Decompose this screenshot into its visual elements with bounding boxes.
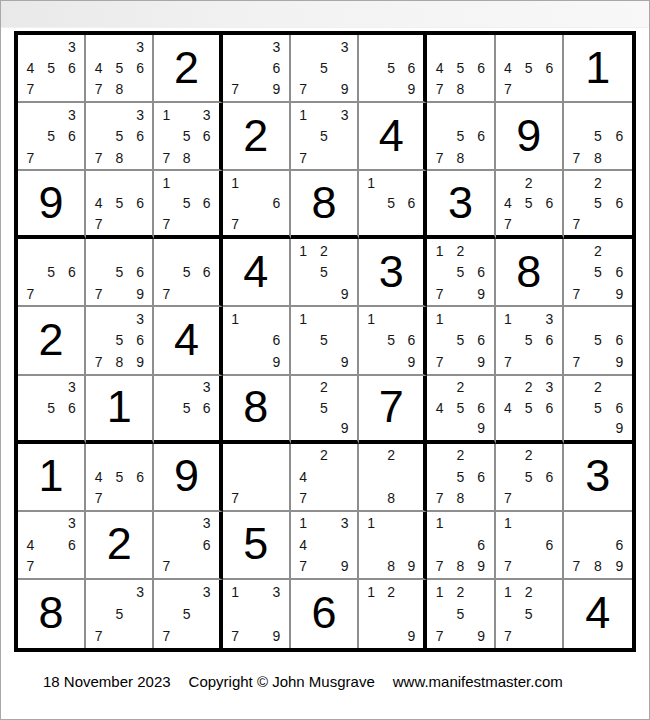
cell-r7c8[interactable]: 2567	[496, 444, 564, 512]
cell-r6c8[interactable]: 23456	[496, 376, 564, 444]
candidate-4: 4	[293, 538, 314, 552]
solved-digit: 8	[516, 249, 541, 294]
candidate-7: 7	[498, 629, 519, 643]
cell-r1c2[interactable]: 345678	[86, 35, 154, 103]
candidate-6: 6	[266, 333, 287, 347]
cell-r7c5[interactable]: 247	[291, 444, 359, 512]
cell-r2c5[interactable]: 1357	[291, 103, 359, 171]
candidate-3: 3	[539, 380, 560, 394]
candidate-7: 7	[293, 151, 314, 165]
candidate-4: 4	[88, 470, 109, 484]
candidate-3: 3	[61, 380, 82, 394]
candidate-1: 1	[498, 516, 519, 530]
cell-r2c7[interactable]: 5678	[427, 103, 495, 171]
cell-r1c7[interactable]: 45678	[427, 35, 495, 103]
cell-r4c2[interactable]: 5679	[86, 239, 154, 307]
cell-r5c5[interactable]: 159	[291, 307, 359, 375]
candidate-3: 3	[266, 585, 287, 599]
cell-r7c9[interactable]: 3	[564, 444, 632, 512]
candidate-5: 5	[518, 61, 539, 75]
cell-r5c6[interactable]: 1569	[359, 307, 427, 375]
solved-digit: 8	[243, 384, 268, 429]
candidate-9: 9	[130, 287, 151, 301]
candidate-6: 6	[61, 401, 82, 415]
solved-digit: 8	[311, 180, 336, 225]
candidate-1: 1	[429, 312, 450, 326]
candidate-6: 6	[539, 470, 560, 484]
candidate-6: 6	[61, 538, 82, 552]
candidate-6: 6	[130, 265, 151, 279]
candidate-6: 6	[197, 265, 217, 279]
candidate-2: 2	[518, 448, 539, 462]
candidate-6: 6	[401, 196, 421, 210]
cell-r7c2[interactable]: 4567	[86, 444, 154, 512]
candidate-7: 7	[429, 491, 450, 505]
cell-r3c1[interactable]: 9	[18, 171, 86, 239]
candidate-9: 9	[471, 559, 492, 573]
candidate-6: 6	[401, 61, 421, 75]
candidate-5: 5	[587, 265, 608, 279]
candidate-7: 7	[156, 629, 176, 643]
candidate-8: 8	[109, 355, 130, 369]
candidate-5: 5	[450, 401, 471, 415]
cell-r6c2[interactable]: 1	[86, 376, 154, 444]
candidate-5: 5	[450, 333, 471, 347]
candidate-6: 6	[471, 470, 492, 484]
cell-r1c8[interactable]: 4567	[496, 35, 564, 103]
cell-r1c3[interactable]: 2	[154, 35, 222, 103]
candidate-3: 3	[197, 380, 217, 394]
cell-r4c9[interactable]: 25679	[564, 239, 632, 307]
candidate-3: 3	[61, 108, 82, 122]
candidate-9: 9	[266, 355, 287, 369]
cell-r5c9[interactable]: 5679	[564, 307, 632, 375]
candidate-9: 9	[334, 287, 355, 301]
cell-r6c3[interactable]: 356	[154, 376, 222, 444]
candidate-9: 9	[609, 355, 630, 369]
candidate-2: 2	[450, 448, 471, 462]
candidate-8: 8	[450, 151, 471, 165]
candidate-4: 4	[20, 61, 41, 75]
cell-r3c6[interactable]: 156	[359, 171, 427, 239]
candidate-1: 1	[498, 585, 519, 599]
candidate-6: 6	[401, 333, 421, 347]
candidate-2: 2	[314, 380, 335, 394]
candidate-2: 2	[381, 585, 401, 599]
cell-r3c5[interactable]: 8	[291, 171, 359, 239]
candidate-4: 4	[20, 538, 41, 552]
candidate-8: 8	[109, 82, 130, 96]
cell-r8c2[interactable]: 2	[86, 512, 154, 580]
candidate-6: 6	[266, 196, 287, 210]
candidate-6: 6	[539, 333, 560, 347]
candidate-7: 7	[429, 151, 450, 165]
candidate-9: 9	[334, 82, 355, 96]
candidate-5: 5	[109, 470, 130, 484]
solved-digit: 2	[243, 113, 268, 158]
solved-digit: 1	[107, 384, 132, 429]
candidate-7: 7	[156, 217, 176, 231]
candidate-6: 6	[197, 129, 217, 143]
candidate-3: 3	[334, 516, 355, 530]
candidate-2: 2	[381, 448, 401, 462]
cell-r1c9[interactable]: 1	[564, 35, 632, 103]
cell-r7c3[interactable]: 9	[154, 444, 222, 512]
candidate-3: 3	[197, 516, 217, 530]
candidate-9: 9	[471, 287, 492, 301]
candidate-5: 5	[518, 470, 539, 484]
candidate-7: 7	[20, 151, 41, 165]
candidate-7: 7	[293, 82, 314, 96]
candidate-6: 6	[61, 61, 82, 75]
cell-r5c4[interactable]: 169	[223, 307, 291, 375]
candidate-5: 5	[450, 265, 471, 279]
candidate-6: 6	[471, 129, 492, 143]
solved-digit: 9	[174, 453, 199, 498]
cell-r4c7[interactable]: 125679	[427, 239, 495, 307]
cell-r9c7[interactable]: 12579	[427, 580, 495, 648]
cell-r7c6[interactable]: 28	[359, 444, 427, 512]
candidate-7: 7	[88, 629, 109, 643]
candidate-1: 1	[293, 244, 314, 258]
candidate-9: 9	[609, 559, 630, 573]
candidate-5: 5	[381, 61, 401, 75]
solved-digit: 9	[39, 180, 64, 225]
candidate-1: 1	[429, 516, 450, 530]
candidate-7: 7	[88, 355, 109, 369]
candidate-5: 5	[381, 196, 401, 210]
footer-website: www.manifestmaster.com	[393, 673, 563, 690]
candidate-5: 5	[587, 401, 608, 415]
candidate-9: 9	[471, 355, 492, 369]
candidate-7: 7	[88, 82, 109, 96]
candidate-1: 1	[429, 244, 450, 258]
cell-r3c3[interactable]: 1567	[154, 171, 222, 239]
solved-digit: 4	[174, 317, 199, 362]
candidate-6: 6	[130, 470, 151, 484]
cell-r6c1[interactable]: 356	[18, 376, 86, 444]
candidate-7: 7	[88, 151, 109, 165]
candidate-5: 5	[41, 61, 62, 75]
candidate-3: 3	[334, 108, 355, 122]
candidate-5: 5	[518, 401, 539, 415]
cell-r3c8[interactable]: 24567	[496, 171, 564, 239]
solved-digit: 6	[311, 590, 336, 635]
candidate-1: 1	[361, 176, 381, 190]
solved-digit: 4	[585, 590, 610, 635]
candidate-5: 5	[518, 333, 539, 347]
candidate-9: 9	[401, 629, 421, 643]
candidate-6: 6	[130, 196, 151, 210]
candidate-7: 7	[429, 559, 450, 573]
cell-r4c8[interactable]: 8	[496, 239, 564, 307]
candidate-5: 5	[450, 61, 471, 75]
candidate-1: 1	[498, 312, 519, 326]
cell-r6c9[interactable]: 2569	[564, 376, 632, 444]
candidate-8: 8	[381, 559, 401, 573]
candidate-2: 2	[587, 380, 608, 394]
cell-r4c6[interactable]: 3	[359, 239, 427, 307]
candidate-3: 3	[539, 312, 560, 326]
candidate-6: 6	[471, 538, 492, 552]
cell-r1c5[interactable]: 3579	[291, 35, 359, 103]
candidate-5: 5	[381, 333, 401, 347]
candidate-8: 8	[587, 151, 608, 165]
cell-r4c5[interactable]: 1259	[291, 239, 359, 307]
candidate-7: 7	[498, 559, 519, 573]
cell-r3c9[interactable]: 2567	[564, 171, 632, 239]
candidate-6: 6	[471, 401, 492, 415]
candidate-2: 2	[450, 380, 471, 394]
candidate-7: 7	[566, 287, 587, 301]
cell-r9c9[interactable]: 4	[564, 580, 632, 648]
cell-r5c8[interactable]: 13567	[496, 307, 564, 375]
cell-r5c2[interactable]: 356789	[86, 307, 154, 375]
cell-r3c4[interactable]: 167	[223, 171, 291, 239]
solved-digit: 5	[243, 521, 268, 566]
cell-r9c1[interactable]: 8	[18, 580, 86, 648]
candidate-9: 9	[334, 355, 355, 369]
cell-r6c6[interactable]: 7	[359, 376, 427, 444]
candidate-6: 6	[609, 265, 630, 279]
candidate-6: 6	[609, 129, 630, 143]
candidate-1: 1	[361, 516, 381, 530]
candidate-7: 7	[225, 217, 246, 231]
cell-r8c5[interactable]: 13479	[291, 512, 359, 580]
candidate-5: 5	[314, 61, 335, 75]
candidate-1: 1	[156, 108, 176, 122]
candidate-2: 2	[450, 585, 471, 599]
candidate-1: 1	[156, 176, 176, 190]
candidate-6: 6	[609, 401, 630, 415]
candidate-6: 6	[471, 265, 492, 279]
cell-r9c6[interactable]: 129	[359, 580, 427, 648]
candidate-5: 5	[314, 265, 335, 279]
cell-r1c1[interactable]: 34567	[18, 35, 86, 103]
candidate-5: 5	[177, 401, 197, 415]
candidate-6: 6	[609, 333, 630, 347]
candidate-7: 7	[20, 287, 41, 301]
candidate-5: 5	[314, 129, 335, 143]
candidate-5: 5	[587, 196, 608, 210]
candidate-6: 6	[539, 538, 560, 552]
cell-r6c4[interactable]: 8	[223, 376, 291, 444]
candidate-5: 5	[177, 196, 197, 210]
candidate-5: 5	[587, 333, 608, 347]
cell-r3c2[interactable]: 4567	[86, 171, 154, 239]
candidate-7: 7	[498, 491, 519, 505]
candidate-5: 5	[314, 401, 335, 415]
candidate-4: 4	[88, 61, 109, 75]
candidate-5: 5	[109, 265, 130, 279]
cell-r9c3[interactable]: 357	[154, 580, 222, 648]
cell-r8c3[interactable]: 367	[154, 512, 222, 580]
candidate-5: 5	[109, 196, 130, 210]
candidate-7: 7	[498, 217, 519, 231]
candidate-3: 3	[130, 585, 151, 599]
cell-r9c8[interactable]: 1257	[496, 580, 564, 648]
candidate-7: 7	[20, 559, 41, 573]
candidate-7: 7	[20, 82, 41, 96]
window-top-bar	[1, 1, 649, 28]
candidate-3: 3	[266, 40, 287, 54]
solved-digit: 9	[516, 113, 541, 158]
solved-digit: 3	[379, 249, 404, 294]
candidate-8: 8	[177, 151, 197, 165]
candidate-5: 5	[41, 265, 62, 279]
candidate-2: 2	[450, 244, 471, 258]
candidate-5: 5	[587, 129, 608, 143]
solved-digit: 3	[585, 453, 610, 498]
candidate-6: 6	[130, 61, 151, 75]
candidate-7: 7	[429, 629, 450, 643]
candidate-7: 7	[566, 355, 587, 369]
candidate-6: 6	[539, 61, 560, 75]
candidate-5: 5	[450, 470, 471, 484]
candidate-2: 2	[518, 176, 539, 190]
candidate-9: 9	[266, 82, 287, 96]
cell-r4c3[interactable]: 567	[154, 239, 222, 307]
candidate-7: 7	[429, 287, 450, 301]
candidate-7: 7	[225, 629, 246, 643]
candidate-7: 7	[156, 559, 176, 573]
solved-digit: 2	[174, 45, 199, 90]
candidate-6: 6	[471, 333, 492, 347]
cell-r8c7[interactable]: 16789	[427, 512, 495, 580]
candidate-9: 9	[401, 82, 421, 96]
cell-r2c8[interactable]: 9	[496, 103, 564, 171]
candidate-8: 8	[587, 559, 608, 573]
cell-r2c6[interactable]: 4	[359, 103, 427, 171]
cell-r5c1[interactable]: 2	[18, 307, 86, 375]
solved-digit: 1	[39, 453, 64, 498]
candidate-9: 9	[334, 559, 355, 573]
cell-r8c8[interactable]: 167	[496, 512, 564, 580]
candidate-9: 9	[609, 421, 630, 435]
candidate-7: 7	[88, 491, 109, 505]
cell-r2c4[interactable]: 2	[223, 103, 291, 171]
cell-r4c4[interactable]: 4	[223, 239, 291, 307]
cell-r7c7[interactable]: 25678	[427, 444, 495, 512]
candidate-1: 1	[429, 585, 450, 599]
candidate-3: 3	[197, 585, 217, 599]
candidate-8: 8	[450, 491, 471, 505]
candidate-2: 2	[518, 380, 539, 394]
candidate-5: 5	[314, 333, 335, 347]
candidate-2: 2	[518, 585, 539, 599]
candidate-7: 7	[225, 82, 246, 96]
cell-r2c1[interactable]: 3567	[18, 103, 86, 171]
cell-r8c6[interactable]: 189	[359, 512, 427, 580]
footer-copyright: Copyright © John Musgrave	[189, 673, 375, 690]
candidate-1: 1	[293, 516, 314, 530]
candidate-1: 1	[225, 312, 246, 326]
cell-r1c4[interactable]: 3679	[223, 35, 291, 103]
candidate-5: 5	[177, 607, 197, 621]
cell-r4c1[interactable]: 567	[18, 239, 86, 307]
candidate-6: 6	[471, 61, 492, 75]
cell-r6c5[interactable]: 259	[291, 376, 359, 444]
footer: 18 November 2023 Copyright © John Musgra…	[43, 673, 649, 690]
candidate-8: 8	[109, 151, 130, 165]
cell-r8c4[interactable]: 5	[223, 512, 291, 580]
candidate-1: 1	[293, 312, 314, 326]
candidate-4: 4	[293, 470, 314, 484]
candidate-1: 1	[225, 176, 246, 190]
candidate-2: 2	[314, 244, 335, 258]
candidate-5: 5	[41, 129, 62, 143]
candidate-6: 6	[130, 129, 151, 143]
candidate-6: 6	[61, 265, 82, 279]
cell-r2c9[interactable]: 5678	[564, 103, 632, 171]
cell-r6c7[interactable]: 24569	[427, 376, 495, 444]
candidate-1: 1	[293, 108, 314, 122]
solved-digit: 8	[39, 590, 64, 635]
candidate-7: 7	[566, 151, 587, 165]
candidate-7: 7	[566, 217, 587, 231]
candidate-4: 4	[88, 196, 109, 210]
cell-r7c1[interactable]: 1	[18, 444, 86, 512]
candidate-5: 5	[450, 129, 471, 143]
candidate-3: 3	[130, 312, 151, 326]
cell-r2c3[interactable]: 135678	[154, 103, 222, 171]
cell-r7c4[interactable]: 7	[223, 444, 291, 512]
cell-r1c6[interactable]: 569	[359, 35, 427, 103]
candidate-7: 7	[429, 355, 450, 369]
candidate-5: 5	[518, 607, 539, 621]
cell-r9c4[interactable]: 1379	[223, 580, 291, 648]
cell-r5c7[interactable]: 15679	[427, 307, 495, 375]
candidate-8: 8	[450, 82, 471, 96]
cell-r8c1[interactable]: 3467	[18, 512, 86, 580]
candidate-4: 4	[498, 196, 519, 210]
candidate-6: 6	[539, 401, 560, 415]
candidate-6: 6	[609, 196, 630, 210]
candidate-5: 5	[450, 607, 471, 621]
candidate-1: 1	[225, 585, 246, 599]
candidate-2: 2	[314, 448, 335, 462]
cell-r5c3[interactable]: 4	[154, 307, 222, 375]
candidate-4: 4	[498, 401, 519, 415]
candidate-7: 7	[498, 355, 519, 369]
cell-r2c2[interactable]: 35678	[86, 103, 154, 171]
candidate-7: 7	[156, 151, 176, 165]
candidate-6: 6	[609, 538, 630, 552]
cell-r9c2[interactable]: 357	[86, 580, 154, 648]
candidate-5: 5	[518, 196, 539, 210]
candidate-3: 3	[334, 40, 355, 54]
candidate-7: 7	[293, 559, 314, 573]
candidate-6: 6	[539, 196, 560, 210]
candidate-6: 6	[61, 129, 82, 143]
candidate-6: 6	[197, 401, 217, 415]
solved-digit: 3	[448, 180, 473, 225]
candidate-8: 8	[381, 491, 401, 505]
cell-r9c5[interactable]: 6	[291, 580, 359, 648]
cell-r8c9[interactable]: 6789	[564, 512, 632, 580]
candidate-1: 1	[361, 312, 381, 326]
candidate-6: 6	[197, 538, 217, 552]
cell-r3c7[interactable]: 3	[427, 171, 495, 239]
candidate-1: 1	[361, 585, 381, 599]
candidate-7: 7	[88, 287, 109, 301]
solved-digit: 4	[379, 113, 404, 158]
candidate-9: 9	[401, 559, 421, 573]
candidate-9: 9	[401, 355, 421, 369]
candidate-3: 3	[61, 516, 82, 530]
candidate-3: 3	[197, 108, 217, 122]
candidate-9: 9	[609, 287, 630, 301]
